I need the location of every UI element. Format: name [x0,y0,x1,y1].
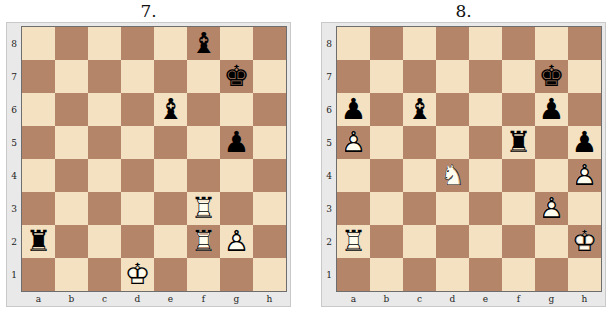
square-b1 [370,258,403,291]
piece-white-rook: ♜♖ [187,192,220,225]
square-f7 [187,60,220,93]
chess-board: ♚♟♝♟♟♙♜♟♞♘♟♙♟♙♜♖♚♔ [336,26,602,292]
square-f5 [187,126,220,159]
square-c6: ♝ [403,93,436,126]
square-f4 [187,159,220,192]
square-b4 [55,159,88,192]
square-c1 [88,258,121,291]
square-c2 [403,225,436,258]
square-c7 [88,60,121,93]
square-a1 [337,258,370,291]
square-g8 [220,27,253,60]
square-g3 [220,192,253,225]
square-h8 [568,27,601,60]
frame-corner [7,292,21,306]
square-a2: ♜ [22,225,55,258]
square-g7: ♚ [535,60,568,93]
square-h6 [253,93,286,126]
rank-labels: 87654321 [7,26,21,292]
square-h4 [253,159,286,192]
square-e6: ♝ [154,93,187,126]
square-e7 [469,60,502,93]
rank-label-7: 7 [7,60,21,93]
file-label-g: g [535,292,568,306]
square-f7 [502,60,535,93]
square-h5: ♟ [568,126,601,159]
piece-black-king: ♚ [535,60,568,93]
file-label-d: d [121,292,154,306]
square-c3 [88,192,121,225]
file-label-f: f [502,292,535,306]
square-f3: ♜♖ [187,192,220,225]
square-d2 [121,225,154,258]
file-label-g: g [220,292,253,306]
square-h5 [253,126,286,159]
rank-label-3: 3 [322,192,336,225]
square-b7 [370,60,403,93]
square-d8 [121,27,154,60]
square-g4 [535,159,568,192]
square-b4 [370,159,403,192]
square-e1 [469,258,502,291]
file-label-h: h [253,292,286,306]
square-g1 [535,258,568,291]
square-d7 [121,60,154,93]
square-f1 [187,258,220,291]
piece-black-pawn: ♟ [535,93,568,126]
piece-white-pawn: ♟♙ [535,192,568,225]
square-d1: ♚♔ [121,258,154,291]
square-h1 [253,258,286,291]
square-a5 [22,126,55,159]
square-c8 [403,27,436,60]
piece-black-rook: ♜ [22,225,55,258]
square-f8: ♝ [187,27,220,60]
square-e6 [469,93,502,126]
square-a3 [22,192,55,225]
square-d6 [121,93,154,126]
square-b2 [55,225,88,258]
square-h4: ♟♙ [568,159,601,192]
square-a7 [337,60,370,93]
square-g1 [220,258,253,291]
square-f5: ♜ [502,126,535,159]
rank-label-6: 6 [322,93,336,126]
square-f1 [502,258,535,291]
square-b7 [55,60,88,93]
file-label-c: c [88,292,121,306]
square-a3 [337,192,370,225]
piece-black-rook: ♜ [502,126,535,159]
square-a7 [22,60,55,93]
piece-black-pawn: ♟ [337,93,370,126]
file-label-a: a [337,292,370,306]
square-e8 [469,27,502,60]
square-g2 [535,225,568,258]
square-f2: ♜♖ [187,225,220,258]
rank-label-4: 4 [322,159,336,192]
square-f6 [502,93,535,126]
piece-black-king: ♚ [220,60,253,93]
square-e3 [469,192,502,225]
square-a6 [22,93,55,126]
square-g2: ♟♙ [220,225,253,258]
square-d4: ♞♘ [436,159,469,192]
square-d8 [436,27,469,60]
chess-board: ♝♚♝♟♜♖♜♜♖♟♙♚♔ [21,26,287,292]
square-f2 [502,225,535,258]
piece-white-knight: ♞♘ [436,159,469,192]
square-h7 [253,60,286,93]
rank-label-5: 5 [322,126,336,159]
square-e8 [154,27,187,60]
file-label-a: a [22,292,55,306]
file-label-h: h [568,292,601,306]
square-g5: ♟ [220,126,253,159]
square-c2 [88,225,121,258]
square-e5 [154,126,187,159]
rank-label-2: 2 [322,225,336,258]
square-c5 [88,126,121,159]
square-e3 [154,192,187,225]
square-h2: ♚♔ [568,225,601,258]
board-frame: 87654321 ♚♟♝♟♟♙♜♟♞♘♟♙♟♙♜♖♚♔ abcdefgh [321,22,606,307]
rank-label-5: 5 [7,126,21,159]
file-labels: abcdefgh [336,292,602,306]
square-c4 [88,159,121,192]
diagram-8: 8. 87654321 ♚♟♝♟♟♙♜♟♞♘♟♙♟♙♜♖♚♔ abcdefgh [321,1,606,307]
square-d3 [436,192,469,225]
square-c4 [403,159,436,192]
square-a2: ♜♖ [337,225,370,258]
square-a5: ♟♙ [337,126,370,159]
square-g7: ♚ [220,60,253,93]
file-label-f: f [187,292,220,306]
piece-white-rook: ♜♖ [187,225,220,258]
piece-white-rook: ♜♖ [337,225,370,258]
square-d7 [436,60,469,93]
rank-label-8: 8 [7,27,21,60]
square-h8 [253,27,286,60]
chess-diagrams-page: 7. 87654321 ♝♚♝♟♜♖♜♜♖♟♙♚♔ abcdefgh 8. 87… [0,0,607,307]
square-b3 [370,192,403,225]
square-a6: ♟ [337,93,370,126]
square-h7 [568,60,601,93]
piece-black-bishop: ♝ [403,93,436,126]
square-a8 [22,27,55,60]
square-h2 [253,225,286,258]
piece-white-king: ♚♔ [121,258,154,291]
square-e4 [469,159,502,192]
square-g8 [535,27,568,60]
square-e4 [154,159,187,192]
rank-label-7: 7 [322,60,336,93]
piece-white-pawn: ♟♙ [337,126,370,159]
square-a4 [22,159,55,192]
square-g6: ♟ [535,93,568,126]
square-e7 [154,60,187,93]
rank-label-2: 2 [7,225,21,258]
square-f6 [187,93,220,126]
square-c5 [403,126,436,159]
rank-label-4: 4 [7,159,21,192]
square-d3 [121,192,154,225]
square-b2 [370,225,403,258]
rank-labels: 87654321 [322,26,336,292]
square-c7 [403,60,436,93]
piece-white-king: ♚♔ [568,225,601,258]
square-h3 [253,192,286,225]
square-e2 [154,225,187,258]
piece-black-bishop: ♝ [187,27,220,60]
piece-black-bishop: ♝ [154,93,187,126]
square-f8 [502,27,535,60]
square-b6 [55,93,88,126]
diagram-7: 7. 87654321 ♝♚♝♟♜♖♜♜♖♟♙♚♔ abcdefgh [6,1,291,307]
piece-black-pawn: ♟ [220,126,253,159]
square-e2 [469,225,502,258]
rank-label-1: 1 [322,258,336,291]
square-g4 [220,159,253,192]
square-e1 [154,258,187,291]
square-b5 [370,126,403,159]
square-f3 [502,192,535,225]
file-label-e: e [469,292,502,306]
square-a8 [337,27,370,60]
board-frame: 87654321 ♝♚♝♟♜♖♜♜♖♟♙♚♔ abcdefgh [6,22,291,307]
file-label-b: b [55,292,88,306]
square-d6 [436,93,469,126]
piece-white-pawn: ♟♙ [568,159,601,192]
square-g5 [535,126,568,159]
square-b1 [55,258,88,291]
diagram-number: 8. [321,1,606,22]
square-d1 [436,258,469,291]
square-e5 [469,126,502,159]
square-a1 [22,258,55,291]
square-d5 [121,126,154,159]
square-h6 [568,93,601,126]
file-label-d: d [436,292,469,306]
square-b8 [370,27,403,60]
piece-white-pawn: ♟♙ [220,225,253,258]
square-c3 [403,192,436,225]
square-g6 [220,93,253,126]
file-label-c: c [403,292,436,306]
file-label-b: b [370,292,403,306]
frame-corner [322,292,336,306]
rank-label-1: 1 [7,258,21,291]
square-g3: ♟♙ [535,192,568,225]
file-label-e: e [154,292,187,306]
square-a4 [337,159,370,192]
square-f4 [502,159,535,192]
square-h3 [568,192,601,225]
file-labels: abcdefgh [21,292,287,306]
rank-label-3: 3 [7,192,21,225]
square-c8 [88,27,121,60]
square-b6 [370,93,403,126]
square-b8 [55,27,88,60]
piece-black-pawn: ♟ [568,126,601,159]
square-c1 [403,258,436,291]
square-d4 [121,159,154,192]
square-c6 [88,93,121,126]
square-d5 [436,126,469,159]
square-h1 [568,258,601,291]
diagram-number: 7. [6,1,291,22]
square-b5 [55,126,88,159]
square-d2 [436,225,469,258]
square-b3 [55,192,88,225]
rank-label-6: 6 [7,93,21,126]
rank-label-8: 8 [322,27,336,60]
